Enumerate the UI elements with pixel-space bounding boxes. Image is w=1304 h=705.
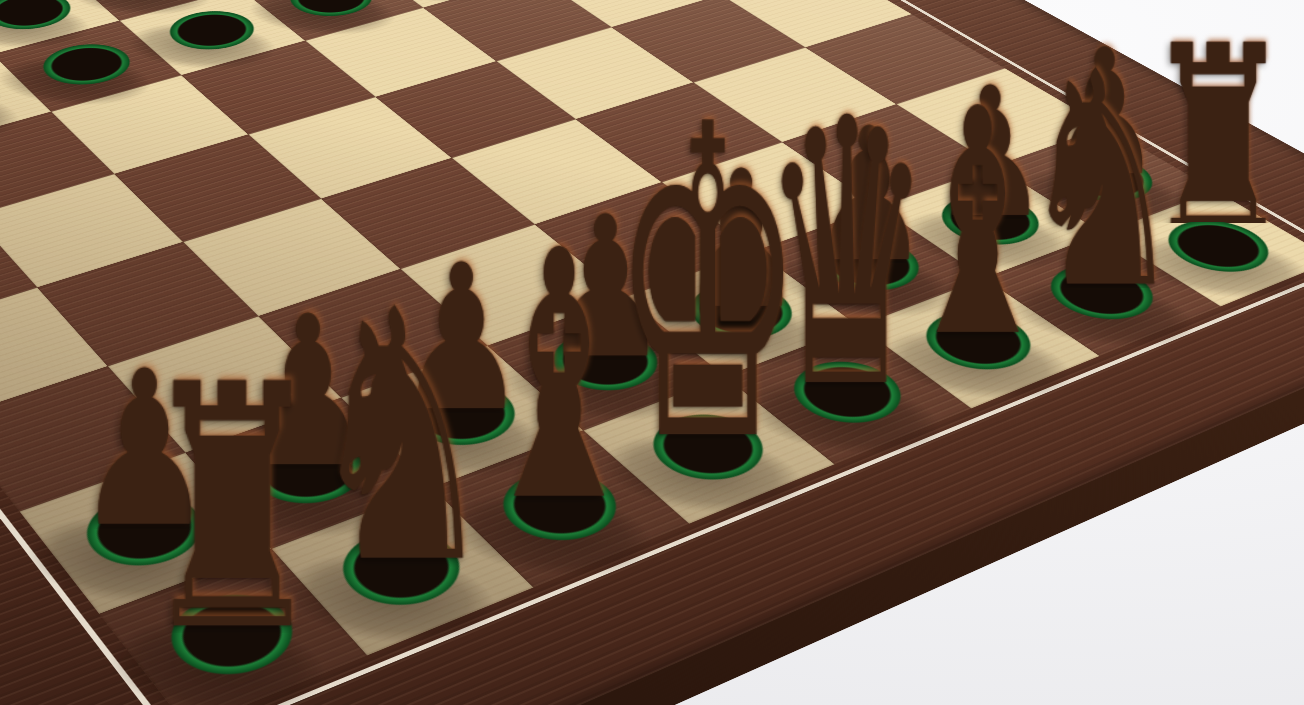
pawn-glyph: ♟	[0, 0, 8, 101]
product-render-stage: 3D rendered wooden chessboard with Staun…	[0, 0, 1304, 705]
white-pawn-g2[interactable]: ♟	[0, 0, 99, 101]
black-rook-h8[interactable]: ♜	[34, 299, 429, 635]
chess-board-3d: ♜♞♝♚♛♝♞♜♟♟♟♟♟♟♟♟♟♟♟♟♟♟♟♟♜♞♝♚♛♝♞♜	[0, 0, 1304, 705]
rook-glyph: ♜	[139, 383, 326, 635]
